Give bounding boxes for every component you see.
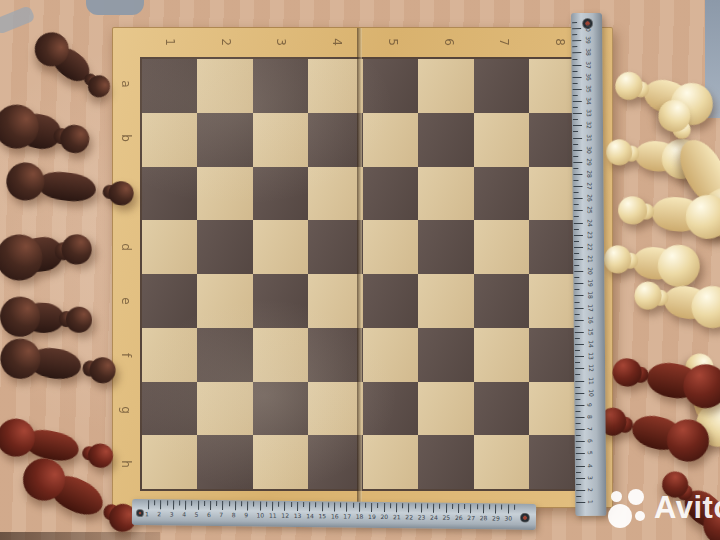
ruler-number: 11 (588, 377, 594, 385)
chess-piece-bishop (616, 186, 720, 242)
board-square (418, 113, 473, 167)
board-square (197, 328, 252, 382)
board-square (363, 328, 418, 382)
file-label: 1 (164, 38, 176, 46)
ruler-number: 14 (306, 513, 314, 519)
board-square (197, 59, 252, 113)
chess-piece-pawn (27, 25, 119, 108)
ruler-number: 20 (587, 267, 593, 275)
ruler-number: 26 (586, 194, 592, 202)
ruler-number: 35 (585, 85, 591, 93)
board-square (418, 167, 473, 221)
board-square (142, 328, 197, 382)
ruler-number: 28 (480, 515, 488, 521)
ruler-number: 19 (368, 514, 376, 520)
ruler-number: 22 (405, 514, 413, 520)
board-square (308, 220, 363, 274)
board-square (142, 113, 197, 167)
board-square (253, 328, 308, 382)
board-square (418, 382, 473, 436)
board-square (142, 220, 197, 274)
board-square (253, 113, 308, 167)
ruler-number: 34 (586, 97, 592, 105)
board-square (253, 274, 308, 328)
ruler-number: 32 (586, 121, 592, 129)
board-square (197, 113, 252, 167)
ruler-number: 12 (588, 364, 594, 372)
rank-label: e (120, 297, 132, 304)
ruler-number: 36 (585, 73, 591, 81)
board-square (474, 435, 529, 489)
ruler-number: 29 (492, 515, 500, 521)
board-square (142, 59, 197, 113)
ruler-number: 8 (586, 415, 592, 419)
ruler-number: 13 (588, 352, 594, 360)
ruler-number: 25 (443, 515, 451, 521)
board-square (308, 382, 363, 436)
ruler-number: 39 (585, 36, 591, 44)
board-square (308, 59, 363, 113)
board-square (197, 382, 252, 436)
ruler-number: 13 (294, 513, 302, 519)
ruler-number: 23 (418, 514, 426, 520)
ruler-number: 24 (587, 219, 593, 227)
board-square (197, 274, 252, 328)
ruler-number: 15 (319, 513, 327, 519)
avito-logo-icon (608, 487, 648, 529)
ruler-number: 20 (381, 514, 389, 520)
board-square (308, 435, 363, 489)
board-square (418, 274, 473, 328)
ruler-number: 4 (182, 512, 186, 518)
board-square (363, 113, 418, 167)
ruler-number: 19 (587, 279, 593, 287)
photo-chess-listing: 12345678 abcdefgh 1234567891011121314151… (0, 0, 720, 540)
board-square (363, 382, 418, 436)
board-square (363, 435, 418, 489)
ruler-number: 21 (393, 514, 401, 520)
ruler-number: 28 (586, 170, 592, 178)
file-label: 3 (275, 38, 287, 46)
ruler-number: 25 (587, 207, 593, 215)
board-square (474, 328, 529, 382)
ruler-number: 2 (587, 488, 593, 492)
board-square (308, 274, 363, 328)
ruler-number: 27 (586, 182, 592, 190)
ruler-number: 9 (244, 512, 248, 518)
chess-piece-bishop (0, 335, 118, 393)
board-square (418, 435, 473, 489)
ruler-number: 30 (586, 146, 592, 154)
board-square (142, 274, 197, 328)
ruler-number: 9 (586, 403, 592, 407)
ruler-number: 15 (588, 328, 594, 336)
ruler-number: 30 (505, 516, 513, 522)
board-square (474, 274, 529, 328)
file-label: 8 (554, 38, 566, 46)
ruler-number: 17 (587, 304, 593, 312)
ruler-number: 14 (588, 340, 594, 348)
ruler-number: 40 (585, 24, 591, 32)
rank-label: a (120, 80, 132, 87)
ruler-number: 38 (585, 49, 591, 57)
ruler-number: 18 (587, 292, 593, 300)
board-square (253, 220, 308, 274)
board-square (363, 220, 418, 274)
ruler-number: 6 (587, 439, 593, 443)
ruler-hole-icon (520, 513, 530, 523)
file-label: 4 (331, 38, 343, 46)
chess-piece-knight (0, 100, 94, 165)
floor-patch-top-left (86, 0, 144, 15)
board-square (197, 220, 252, 274)
ruler-number: 18 (356, 514, 364, 520)
ruler-hole-icon (136, 509, 144, 517)
board-square (253, 59, 308, 113)
ruler-number: 16 (331, 513, 339, 519)
ruler-number: 5 (195, 512, 199, 518)
ruler-number: 6 (207, 512, 211, 518)
ruler-number: 37 (585, 61, 591, 69)
board-square (474, 220, 529, 274)
rank-label: g (120, 406, 132, 414)
board-square (253, 382, 308, 436)
ruler-number: 26 (455, 515, 463, 521)
board-square (197, 167, 252, 221)
ruler-number: 1 (587, 500, 593, 504)
board-square (142, 167, 197, 221)
ruler-number: 3 (170, 511, 174, 517)
rank-label: d (120, 243, 132, 251)
chess-piece-pawn (0, 295, 93, 342)
board-grid (140, 57, 586, 491)
board-square (363, 59, 418, 113)
board-fold-seam (357, 28, 362, 507)
board-square (142, 435, 197, 489)
table-edge-shadow (0, 532, 160, 540)
file-label: 6 (443, 38, 455, 46)
ruler-number: 2 (157, 511, 161, 517)
rank-label: h (120, 460, 132, 468)
board-square (197, 435, 252, 489)
board-square (474, 382, 529, 436)
ruler-number: 5 (587, 451, 593, 455)
board-square (474, 59, 529, 113)
chess-board: 12345678 abcdefgh (112, 27, 613, 508)
board-square (253, 435, 308, 489)
ruler-number: 23 (587, 231, 593, 239)
ruler-number: 10 (257, 513, 265, 519)
ruler-number: 10 (588, 389, 594, 397)
ruler-number: 33 (586, 109, 592, 117)
avito-watermark: Avito (608, 487, 720, 529)
vertical-ruler: 1234567891011121314151617181920212223242… (571, 13, 606, 516)
rank-label: b (120, 135, 132, 143)
ruler-number: 12 (281, 513, 289, 519)
ruler-number: 16 (587, 316, 593, 324)
ruler-number: 7 (587, 427, 593, 431)
file-label: 7 (498, 38, 510, 46)
chess-piece-knight (0, 224, 95, 285)
ruler-number: 1 (145, 511, 149, 517)
board-square (308, 113, 363, 167)
floor-patch-top-left-sliver (0, 5, 36, 35)
rank-label: f (120, 353, 132, 357)
ruler-number: 7 (219, 512, 223, 518)
board-square (418, 220, 473, 274)
ruler-number: 21 (587, 255, 593, 263)
board-square (253, 167, 308, 221)
board-square (308, 328, 363, 382)
ruler-number: 3 (587, 476, 593, 480)
ruler-number: 24 (430, 515, 438, 521)
avito-wordmark: Avito (654, 490, 720, 526)
ruler-number: 31 (586, 134, 592, 142)
file-label: 2 (220, 38, 232, 46)
ruler-number: 22 (587, 243, 593, 251)
ruler-number: 4 (587, 464, 593, 468)
board-square (474, 113, 529, 167)
ruler-number: 11 (269, 513, 277, 519)
board-square (363, 167, 418, 221)
board-square (308, 167, 363, 221)
horizontal-ruler: 1234567891011121314151617181920212223242… (132, 499, 536, 530)
board-square (418, 59, 473, 113)
board-square (418, 328, 473, 382)
chess-piece-pawn (631, 272, 720, 333)
ruler-number: 8 (232, 512, 236, 518)
ruler-number: 17 (343, 514, 351, 520)
file-label: 5 (387, 38, 399, 46)
ruler-number: 29 (586, 158, 592, 166)
board-square (142, 382, 197, 436)
ruler-number: 27 (467, 515, 475, 521)
board-square (363, 274, 418, 328)
board-square (474, 167, 529, 221)
